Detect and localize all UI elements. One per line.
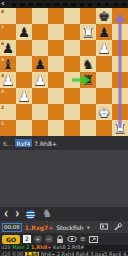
square-e1[interactable] — [64, 120, 80, 136]
piece-white-rook-h1[interactable]: ♜ — [112, 120, 128, 136]
topbar-dashes — [12, 3, 126, 6]
engine-name[interactable]: Stockfish — [56, 224, 83, 231]
notation-bar: 6... Rxf4 7.Rh8+ — [0, 136, 128, 150]
multipv-value[interactable]: 2 — [23, 235, 31, 243]
square-b1[interactable] — [16, 120, 32, 136]
piece-black-pawn-g7[interactable]: ♟ — [96, 24, 112, 40]
square-e2[interactable] — [64, 104, 80, 120]
square-h7[interactable] — [112, 24, 128, 40]
square-f1[interactable] — [80, 120, 96, 136]
square-c3[interactable] — [32, 88, 48, 104]
square-e7[interactable] — [64, 24, 80, 40]
square-d5[interactable] — [48, 56, 64, 72]
square-d7[interactable] — [48, 24, 64, 40]
next-move-button[interactable]: › — [15, 206, 19, 222]
rank-label-8: 8 — [1, 9, 4, 14]
square-b4[interactable] — [16, 72, 32, 88]
analysis-line-2[interactable]: d28 0.00 1.b4 Nh4+ 2.Rxh4 Rxh4 3.bxa5 Rx… — [0, 251, 128, 256]
square-h4[interactable] — [112, 72, 128, 88]
square-b2[interactable] — [16, 104, 32, 120]
rank-label-7: 7 — [1, 25, 4, 30]
piece-white-king-g2[interactable]: ♚ — [96, 104, 112, 120]
line2-score: 0.00 — [12, 251, 23, 256]
square-c2[interactable] — [32, 104, 48, 120]
piece-white-rook-f7[interactable]: ♜ — [80, 24, 96, 40]
screen-icon[interactable] — [89, 235, 98, 244]
square-d6[interactable] — [48, 40, 64, 56]
square-h8[interactable] — [112, 8, 128, 24]
square-f2[interactable] — [80, 104, 96, 120]
square-d4[interactable] — [48, 72, 64, 88]
square-f8[interactable] — [80, 8, 96, 24]
list-icon[interactable]: ≡ — [80, 235, 86, 243]
engine-lines-icon[interactable] — [26, 210, 35, 219]
analysis-board-icon[interactable] — [100, 223, 108, 231]
knight-icon[interactable]: ♞ — [42, 208, 52, 220]
square-e3[interactable] — [64, 88, 80, 104]
piece-black-pawn-b7[interactable]: ♟ — [16, 24, 32, 40]
square-b6[interactable] — [16, 40, 32, 56]
engine-controls: GO 2 + − ≡ — [0, 233, 128, 245]
square-e5[interactable] — [64, 56, 80, 72]
current-move[interactable]: Rxf4 — [15, 139, 33, 147]
square-h2[interactable] — [112, 104, 128, 120]
square-g5[interactable] — [96, 56, 112, 72]
piece-black-pawn-c5[interactable]: ♟ — [32, 56, 48, 72]
line1-score: Mate 2 — [12, 245, 29, 250]
lock-icon[interactable] — [56, 235, 64, 244]
piece-white-pawn-g6[interactable]: ♟ — [96, 40, 112, 56]
prev-move-button[interactable]: ‹ — [4, 206, 8, 222]
square-c7[interactable] — [32, 24, 48, 40]
rank-label-2: 2 — [1, 105, 4, 110]
square-d2[interactable] — [48, 104, 64, 120]
square-h6[interactable] — [112, 40, 128, 56]
engine-bar: 00:06 1.Rxg7+ Stockfish ▼ — [0, 221, 128, 233]
pv-minus-button[interactable]: − — [45, 235, 53, 243]
square-g4[interactable] — [96, 72, 112, 88]
square-g1[interactable] — [96, 120, 112, 136]
go-button[interactable]: GO — [2, 235, 20, 244]
line2-depth: d28 — [1, 251, 11, 256]
line2-first-move: 1.b4 — [25, 251, 39, 256]
engine-time: 00:06 — [2, 223, 22, 232]
square-c8[interactable] — [32, 8, 48, 24]
square-d8[interactable] — [48, 8, 64, 24]
engine-dropdown-icon[interactable]: ▼ — [87, 225, 90, 230]
square-d1[interactable] — [48, 120, 64, 136]
line1-first-move: 1.Rh8+ — [31, 245, 51, 250]
piece-black-knight-f5[interactable]: ♞ — [80, 56, 96, 72]
piece-white-pawn-a4[interactable]: ♟ — [0, 72, 16, 88]
square-f3[interactable] — [80, 88, 96, 104]
square-h5[interactable] — [112, 56, 128, 72]
piece-black-rook-f4[interactable]: ♜ — [80, 72, 96, 88]
piece-white-pawn-c4[interactable]: ♟ — [32, 72, 48, 88]
square-b5[interactable] — [16, 56, 32, 72]
piece-black-bishop-a5[interactable]: ♝ — [0, 56, 16, 72]
piece-black-pawn-a6[interactable]: ♟ — [0, 40, 16, 56]
square-d3[interactable] — [48, 88, 64, 104]
rank-label-3: 3 — [1, 89, 4, 94]
piece-black-king-g8[interactable]: ♚ — [96, 8, 112, 24]
square-e4[interactable] — [64, 72, 80, 88]
line1-depth: d29 — [1, 245, 11, 250]
top-bar: ‹ — [0, 0, 128, 8]
nav-toolbar: ‹ › ♞ — [0, 207, 128, 221]
square-f6[interactable] — [80, 40, 96, 56]
square-b8[interactable] — [16, 8, 32, 24]
wrench-icon[interactable] — [114, 223, 122, 231]
square-c6[interactable] — [32, 40, 48, 56]
eye-icon[interactable] — [67, 235, 77, 243]
square-c1[interactable] — [32, 120, 48, 136]
square-e6[interactable] — [64, 40, 80, 56]
pv-plus-button[interactable]: + — [34, 235, 42, 243]
piece-white-pawn-b3[interactable]: ♟ — [16, 88, 32, 104]
rank-label-1: 1 — [1, 121, 4, 126]
square-g3[interactable] — [96, 88, 112, 104]
move-number: 6... — [3, 140, 13, 147]
back-icon[interactable]: ‹ — [1, 0, 5, 8]
square-e8[interactable] — [64, 8, 80, 24]
square-h3[interactable] — [112, 88, 128, 104]
annotation-area — [0, 150, 128, 207]
line1-continuation: Kxh8 2.Rf8# — [53, 245, 85, 250]
next-move[interactable]: 7.Rh8+ — [34, 140, 57, 147]
engine-move[interactable]: 1.Rxg7+ — [25, 224, 53, 231]
line2-continuation: Nh4+ 2.Rxh4 Rxh4 3.bxa5 Rxc4 4.Kf3 Rb4 5 — [41, 251, 128, 256]
chess-board[interactable]: 87654321♚♟♜♟♟♟♝♟♞♟♟♜♟♚♜ — [0, 8, 128, 136]
